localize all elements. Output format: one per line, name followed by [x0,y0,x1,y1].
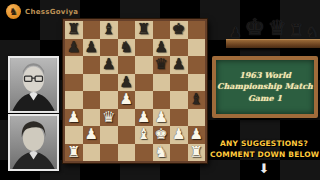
board-square [83,74,101,92]
player-photo-top [8,56,59,113]
piece-shelf: ♟♚♛♜♞ [228,0,320,50]
board-square [153,91,171,109]
board-square [118,56,136,74]
board-square [83,56,101,74]
black-piece: ♛ [155,57,168,72]
shelf-piece: ♟ [229,24,242,40]
cta-block: ANY SUGGESTIONS? COMMENT DOWN BELOW ⬇ [210,138,318,175]
board-square: ♜ [188,144,206,162]
white-piece: ♟ [85,127,98,142]
board-square: ♝ [188,91,206,109]
portrait-dark-hair-icon [10,116,57,169]
board-square [65,74,83,92]
board-square [118,109,136,127]
board-square: ♟ [170,56,188,74]
black-piece: ♜ [67,22,80,37]
white-piece: ♟ [190,127,203,142]
black-piece: ♟ [120,75,133,90]
board-square [188,56,206,74]
down-arrow-icon: ⬇ [210,162,318,175]
board-square [188,74,206,92]
wooden-shelf [226,39,320,48]
shelf-piece: ♞ [306,24,319,40]
board-square: ♝ [100,21,118,39]
title-line-1: 1963 World [239,70,291,82]
black-piece: ♟ [67,40,80,55]
board-square [188,39,206,57]
board-square: ♞ [153,144,171,162]
board-square: ♟ [135,109,153,127]
channel-logo: ♞ ChessGoviya [6,4,78,19]
black-piece: ♟ [172,57,185,72]
board-square [100,39,118,57]
white-piece: ♟ [120,92,133,107]
board-square [83,144,101,162]
video-thumbnail: ♞ ChessGoviya [0,0,320,180]
board-square [170,39,188,57]
white-piece: ♚ [155,127,168,142]
knight-glyph: ♞ [9,7,18,17]
board-square: ♜ [65,21,83,39]
board-square: ♟ [83,126,101,144]
white-piece: ♝ [137,127,150,142]
board-square [65,126,83,144]
board-square [170,74,188,92]
board-square: ♞ [118,39,136,57]
white-piece: ♟ [67,110,80,125]
knight-badge-icon: ♞ [6,4,21,19]
white-piece: ♟ [155,110,168,125]
white-piece: ♛ [102,110,115,125]
board-square [83,21,101,39]
cta-line-1: ANY SUGGESTIONS? [210,138,318,149]
board-square: ♟ [153,39,171,57]
board-square [135,144,153,162]
board-square [170,91,188,109]
board-square: ♜ [135,21,153,39]
channel-name: ChessGoviya [25,8,78,16]
shelf-pieces-row: ♟♚♛♜♞ [228,14,320,40]
board-square: ♟ [153,109,171,127]
board-square: ♟ [188,126,206,144]
board-square: ♚ [170,21,188,39]
white-piece: ♜ [190,145,203,160]
shelf-piece: ♛ [268,16,287,40]
board-square [135,39,153,57]
board-square: ♛ [100,109,118,127]
board-square [100,91,118,109]
white-piece: ♞ [155,145,168,160]
player-photo-bottom [8,114,59,171]
board-square [188,109,206,127]
shelf-piece: ♜ [289,21,303,40]
chalkboard-title: 1963 World Championship Match Game 1 [212,56,318,118]
board-square [135,91,153,109]
board-square [118,126,136,144]
white-piece: ♟ [172,127,185,142]
board-square [65,91,83,109]
board-square [135,56,153,74]
board-square [100,74,118,92]
board-square [153,21,171,39]
black-piece: ♝ [190,92,203,107]
black-piece: ♜ [137,22,150,37]
board-square [118,144,136,162]
board-square [83,91,101,109]
board-square: ♚ [153,126,171,144]
shelf-piece: ♚ [244,14,265,40]
board-square: ♜ [65,144,83,162]
black-piece: ♞ [120,40,133,55]
board-square: ♟ [118,74,136,92]
black-piece: ♟ [155,40,168,55]
black-piece: ♝ [102,22,115,37]
board-square [153,74,171,92]
portrait-glasses-icon [10,58,57,111]
white-piece: ♜ [67,145,80,160]
board-square: ♟ [170,126,188,144]
board-square [118,21,136,39]
black-piece: ♟ [102,57,115,72]
board-square: ♟ [65,109,83,127]
board-square [135,74,153,92]
white-piece: ♟ [137,110,150,125]
board-square: ♟ [83,39,101,57]
board-square: ♟ [118,91,136,109]
board-square [83,109,101,127]
board-square [100,126,118,144]
board-square: ♝ [135,126,153,144]
board-square: ♟ [100,56,118,74]
cta-line-2: COMMENT DOWN BELOW [210,149,318,160]
board-square [65,56,83,74]
title-line-2: Championship Match [217,81,313,93]
board-square: ♛ [153,56,171,74]
board-square [188,21,206,39]
board-square: ♟ [65,39,83,57]
board-square [100,144,118,162]
board-square [170,144,188,162]
black-piece: ♚ [172,22,185,37]
chess-board: ♜♝♜♚♟♟♞♟♟♛♟♟♟♝♟♛♟♟♟♝♚♟♟♜♞♜ [63,19,207,163]
board-square [170,109,188,127]
title-line-3: Game 1 [248,93,282,105]
black-piece: ♟ [85,40,98,55]
